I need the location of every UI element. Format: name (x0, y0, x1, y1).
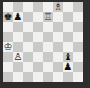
square-c3[interactable] (23, 52, 33, 62)
square-b5[interactable] (13, 32, 23, 42)
square-a2[interactable] (3, 62, 13, 72)
square-a3[interactable] (3, 52, 13, 62)
square-h8[interactable] (73, 2, 83, 12)
square-h5[interactable] (73, 32, 83, 42)
square-d4[interactable] (33, 42, 43, 52)
square-g1[interactable] (63, 72, 73, 82)
square-a7[interactable]: ♚ (3, 12, 13, 22)
square-b6[interactable] (13, 22, 23, 32)
square-d6[interactable] (33, 22, 43, 32)
square-e1[interactable] (43, 72, 53, 82)
square-b2[interactable] (13, 62, 23, 72)
square-f4[interactable] (53, 42, 63, 52)
square-d7[interactable] (33, 12, 43, 22)
square-a1[interactable] (3, 72, 13, 82)
piece-white-king: ♔ (3, 42, 13, 52)
square-g7[interactable] (63, 12, 73, 22)
square-c5[interactable] (23, 32, 33, 42)
square-c4[interactable] (23, 42, 33, 52)
square-e4[interactable] (43, 42, 53, 52)
square-b7[interactable]: ♟ (13, 12, 23, 22)
square-c7[interactable] (23, 12, 33, 22)
square-e7[interactable]: ♖ (43, 12, 53, 22)
square-h1[interactable] (73, 72, 83, 82)
square-c2[interactable] (23, 62, 33, 72)
square-e3[interactable] (43, 52, 53, 62)
board-frame: ♗♚♟♖♔♙♝♟ (0, 0, 90, 88)
square-g2[interactable]: ♟ (63, 62, 73, 72)
square-h3[interactable] (73, 52, 83, 62)
chess-board: ♗♚♟♖♔♙♝♟ (3, 2, 83, 82)
square-d8[interactable] (33, 2, 43, 12)
square-f5[interactable] (53, 32, 63, 42)
piece-black-pawn: ♟ (13, 12, 23, 22)
square-a4[interactable]: ♔ (3, 42, 13, 52)
piece-black-pawn: ♟ (63, 62, 73, 72)
square-d3[interactable] (33, 52, 43, 62)
square-d1[interactable] (33, 72, 43, 82)
square-c1[interactable] (23, 72, 33, 82)
piece-black-king: ♚ (3, 12, 13, 22)
square-g5[interactable] (63, 32, 73, 42)
piece-white-rook: ♖ (43, 12, 53, 22)
square-h6[interactable] (73, 22, 83, 32)
piece-white-pawn: ♙ (13, 52, 23, 62)
square-d2[interactable] (33, 62, 43, 72)
square-f2[interactable] (53, 62, 63, 72)
square-f1[interactable] (53, 72, 63, 82)
square-g6[interactable] (63, 22, 73, 32)
square-f3[interactable] (53, 52, 63, 62)
square-f7[interactable] (53, 12, 63, 22)
piece-white-bishop: ♗ (53, 2, 63, 12)
square-b3[interactable]: ♙ (13, 52, 23, 62)
square-c8[interactable] (23, 2, 33, 12)
square-f8[interactable]: ♗ (53, 2, 63, 12)
square-f6[interactable] (53, 22, 63, 32)
square-e6[interactable] (43, 22, 53, 32)
square-c6[interactable] (23, 22, 33, 32)
square-b1[interactable] (13, 72, 23, 82)
square-h2[interactable] (73, 62, 83, 72)
square-d5[interactable] (33, 32, 43, 42)
square-h4[interactable] (73, 42, 83, 52)
square-e5[interactable] (43, 32, 53, 42)
square-a6[interactable] (3, 22, 13, 32)
square-e2[interactable] (43, 62, 53, 72)
square-g8[interactable] (63, 2, 73, 12)
square-h7[interactable] (73, 12, 83, 22)
